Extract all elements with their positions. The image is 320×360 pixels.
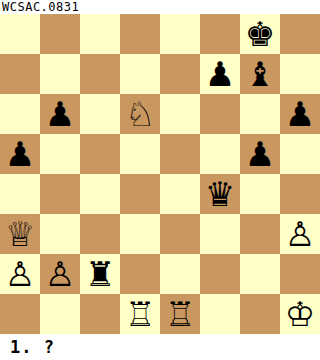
square-c2[interactable]: ♜ xyxy=(80,254,120,294)
square-b3[interactable] xyxy=(40,214,80,254)
square-h3[interactable]: ♙ xyxy=(280,214,320,254)
square-d5[interactable] xyxy=(120,134,160,174)
square-d6[interactable]: ♘ xyxy=(120,94,160,134)
square-c1[interactable] xyxy=(80,294,120,334)
black-pawn-g5: ♟ xyxy=(245,134,275,174)
square-a8[interactable] xyxy=(0,14,40,54)
square-e6[interactable] xyxy=(160,94,200,134)
square-b5[interactable] xyxy=(40,134,80,174)
square-d4[interactable] xyxy=(120,174,160,214)
square-h4[interactable] xyxy=(280,174,320,214)
square-d2[interactable] xyxy=(120,254,160,294)
square-d3[interactable] xyxy=(120,214,160,254)
square-h8[interactable] xyxy=(280,14,320,54)
black-pawn-a5: ♟ xyxy=(5,134,35,174)
square-g2[interactable] xyxy=(240,254,280,294)
square-a1[interactable] xyxy=(0,294,40,334)
square-a3[interactable]: ♕ xyxy=(0,214,40,254)
black-pawn-h6: ♟ xyxy=(285,94,315,134)
square-d7[interactable] xyxy=(120,54,160,94)
white-king-h1: ♔ xyxy=(285,294,315,334)
square-f7[interactable]: ♟ xyxy=(200,54,240,94)
chess-board: ♚♟♝♟♘♟♟♟♛♕♙♙♙♜♖♖♔ xyxy=(0,14,320,334)
square-g4[interactable] xyxy=(240,174,280,214)
square-d8[interactable] xyxy=(120,14,160,54)
square-b8[interactable] xyxy=(40,14,80,54)
square-a4[interactable] xyxy=(0,174,40,214)
black-rook-c2: ♜ xyxy=(85,254,115,294)
square-g7[interactable]: ♝ xyxy=(240,54,280,94)
square-c3[interactable] xyxy=(80,214,120,254)
square-a2[interactable]: ♙ xyxy=(0,254,40,294)
square-g3[interactable] xyxy=(240,214,280,254)
square-a5[interactable]: ♟ xyxy=(0,134,40,174)
puzzle-title: WCSAC.0831 xyxy=(0,0,320,14)
square-h2[interactable] xyxy=(280,254,320,294)
white-queen-a3: ♕ xyxy=(5,214,35,254)
square-e7[interactable] xyxy=(160,54,200,94)
square-e2[interactable] xyxy=(160,254,200,294)
square-f3[interactable] xyxy=(200,214,240,254)
white-rook-e1: ♖ xyxy=(165,294,195,334)
square-c6[interactable] xyxy=(80,94,120,134)
black-king-g8: ♚ xyxy=(245,14,275,54)
square-b4[interactable] xyxy=(40,174,80,214)
square-b7[interactable] xyxy=(40,54,80,94)
black-queen-f4: ♛ xyxy=(205,174,235,214)
white-knight-d6: ♘ xyxy=(125,94,155,134)
square-g6[interactable] xyxy=(240,94,280,134)
black-pawn-b6: ♟ xyxy=(45,94,75,134)
square-g5[interactable]: ♟ xyxy=(240,134,280,174)
square-e3[interactable] xyxy=(160,214,200,254)
square-h1[interactable]: ♔ xyxy=(280,294,320,334)
square-b1[interactable] xyxy=(40,294,80,334)
square-g8[interactable]: ♚ xyxy=(240,14,280,54)
white-pawn-a2: ♙ xyxy=(5,254,35,294)
black-bishop-g7: ♝ xyxy=(245,54,275,94)
square-c4[interactable] xyxy=(80,174,120,214)
square-f8[interactable] xyxy=(200,14,240,54)
white-pawn-h3: ♙ xyxy=(285,214,315,254)
square-f1[interactable] xyxy=(200,294,240,334)
square-h7[interactable] xyxy=(280,54,320,94)
black-pawn-f7: ♟ xyxy=(205,54,235,94)
white-rook-d1: ♖ xyxy=(125,294,155,334)
square-c5[interactable] xyxy=(80,134,120,174)
square-f2[interactable] xyxy=(200,254,240,294)
square-e8[interactable] xyxy=(160,14,200,54)
square-h6[interactable]: ♟ xyxy=(280,94,320,134)
square-c8[interactable] xyxy=(80,14,120,54)
square-c7[interactable] xyxy=(80,54,120,94)
square-h5[interactable] xyxy=(280,134,320,174)
square-e4[interactable] xyxy=(160,174,200,214)
square-d1[interactable]: ♖ xyxy=(120,294,160,334)
square-a6[interactable] xyxy=(0,94,40,134)
square-b6[interactable]: ♟ xyxy=(40,94,80,134)
square-e5[interactable] xyxy=(160,134,200,174)
square-b2[interactable]: ♙ xyxy=(40,254,80,294)
square-a7[interactable] xyxy=(0,54,40,94)
square-g1[interactable] xyxy=(240,294,280,334)
square-f5[interactable] xyxy=(200,134,240,174)
square-f4[interactable]: ♛ xyxy=(200,174,240,214)
white-pawn-b2: ♙ xyxy=(45,254,75,294)
move-prompt: 1. ? xyxy=(0,334,320,360)
square-f6[interactable] xyxy=(200,94,240,134)
square-e1[interactable]: ♖ xyxy=(160,294,200,334)
